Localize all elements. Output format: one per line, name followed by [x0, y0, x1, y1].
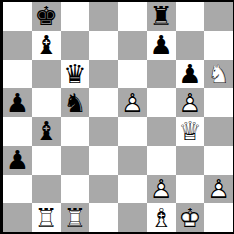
- white-rook: ♜♖: [63, 205, 86, 231]
- square-a8[interactable]: [3, 2, 32, 31]
- square-e1[interactable]: [118, 203, 147, 232]
- square-e2[interactable]: [118, 175, 147, 204]
- square-d8[interactable]: [89, 2, 118, 31]
- white-pawn: ♟♙: [178, 90, 201, 116]
- white-bishop: ♝♗: [149, 205, 172, 231]
- square-e5[interactable]: ♟♙: [118, 88, 147, 117]
- square-f1[interactable]: ♝♗: [147, 203, 176, 232]
- black-pawn: ♟: [6, 90, 29, 116]
- square-f3[interactable]: [147, 146, 176, 175]
- square-d2[interactable]: [89, 175, 118, 204]
- white-rook: ♜♖: [34, 205, 57, 231]
- square-g1[interactable]: ♚♔: [176, 203, 205, 232]
- white-pawn: ♟♙: [207, 176, 230, 202]
- square-g4[interactable]: ♛♕: [176, 117, 205, 146]
- black-bishop: ♝: [34, 32, 57, 58]
- square-f6[interactable]: [147, 60, 176, 89]
- square-h5[interactable]: [204, 88, 233, 117]
- square-c6[interactable]: ♛: [61, 60, 90, 89]
- square-g2[interactable]: [176, 175, 205, 204]
- black-pawn: ♟: [178, 61, 201, 87]
- square-h8[interactable]: [204, 2, 233, 31]
- square-f5[interactable]: [147, 88, 176, 117]
- chess-board: ♚♜♝♟♛♟♞♘♟♞♟♙♟♙♝♛♕♟♟♙♟♙♜♖♜♖♝♗♚♔: [0, 0, 234, 234]
- square-c4[interactable]: [61, 117, 90, 146]
- square-e7[interactable]: [118, 31, 147, 60]
- square-c7[interactable]: [61, 31, 90, 60]
- square-a3[interactable]: ♟: [3, 146, 32, 175]
- square-f7[interactable]: ♟: [147, 31, 176, 60]
- square-h3[interactable]: [204, 146, 233, 175]
- square-d4[interactable]: [89, 117, 118, 146]
- square-g6[interactable]: ♟: [176, 60, 205, 89]
- square-d7[interactable]: [89, 31, 118, 60]
- square-c1[interactable]: ♜♖: [61, 203, 90, 232]
- square-b1[interactable]: ♜♖: [32, 203, 61, 232]
- square-g5[interactable]: ♟♙: [176, 88, 205, 117]
- square-d6[interactable]: [89, 60, 118, 89]
- white-queen: ♛♕: [178, 118, 201, 144]
- square-e4[interactable]: [118, 117, 147, 146]
- square-c5[interactable]: ♞: [61, 88, 90, 117]
- square-a2[interactable]: [3, 175, 32, 204]
- square-c3[interactable]: [61, 146, 90, 175]
- white-king: ♚♔: [178, 205, 201, 231]
- square-b2[interactable]: [32, 175, 61, 204]
- square-h1[interactable]: [204, 203, 233, 232]
- square-b8[interactable]: ♚: [32, 2, 61, 31]
- square-h2[interactable]: ♟♙: [204, 175, 233, 204]
- square-d1[interactable]: [89, 203, 118, 232]
- square-g3[interactable]: [176, 146, 205, 175]
- black-queen: ♛: [63, 61, 86, 87]
- black-king: ♚: [34, 3, 57, 29]
- square-f8[interactable]: ♜: [147, 2, 176, 31]
- white-pawn: ♟♙: [121, 90, 144, 116]
- white-pawn: ♟♙: [149, 176, 172, 202]
- square-b3[interactable]: [32, 146, 61, 175]
- square-a1[interactable]: [3, 203, 32, 232]
- square-c8[interactable]: [61, 2, 90, 31]
- square-g8[interactable]: [176, 2, 205, 31]
- black-rook: ♜: [149, 3, 172, 29]
- square-e3[interactable]: [118, 146, 147, 175]
- square-e6[interactable]: [118, 60, 147, 89]
- square-g7[interactable]: [176, 31, 205, 60]
- square-b4[interactable]: ♝: [32, 117, 61, 146]
- black-pawn: ♟: [6, 147, 29, 173]
- square-f4[interactable]: [147, 117, 176, 146]
- square-a5[interactable]: ♟: [3, 88, 32, 117]
- square-h6[interactable]: ♞♘: [204, 60, 233, 89]
- black-pawn: ♟: [149, 32, 172, 58]
- square-a6[interactable]: [3, 60, 32, 89]
- black-bishop: ♝: [34, 118, 57, 144]
- square-f2[interactable]: ♟♙: [147, 175, 176, 204]
- square-h7[interactable]: [204, 31, 233, 60]
- white-knight: ♞♘: [207, 61, 230, 87]
- square-h4[interactable]: [204, 117, 233, 146]
- square-d3[interactable]: [89, 146, 118, 175]
- square-e8[interactable]: [118, 2, 147, 31]
- square-b6[interactable]: [32, 60, 61, 89]
- square-b7[interactable]: ♝: [32, 31, 61, 60]
- square-c2[interactable]: [61, 175, 90, 204]
- black-knight: ♞: [63, 90, 86, 116]
- square-a4[interactable]: [3, 117, 32, 146]
- square-d5[interactable]: [89, 88, 118, 117]
- square-b5[interactable]: [32, 88, 61, 117]
- square-a7[interactable]: [3, 31, 32, 60]
